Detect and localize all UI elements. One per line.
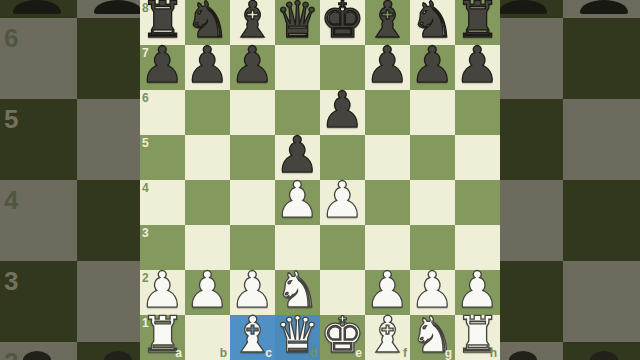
bg-rank-label: 5 (0, 99, 18, 132)
square-c1[interactable]: c♝ (230, 315, 275, 360)
square-a4[interactable]: 4 (140, 180, 185, 225)
bg-square (563, 261, 640, 342)
piece-black-pawn[interactable]: ♟ (410, 43, 455, 88)
square-b7[interactable]: ♟ (185, 45, 230, 90)
square-f1[interactable]: f♝ (365, 315, 410, 360)
piece-white-pawn[interactable]: ♟ (275, 178, 320, 223)
square-e1[interactable]: e♚ (320, 315, 365, 360)
square-a5[interactable]: 5 (140, 135, 185, 180)
square-d4[interactable]: ♟ (275, 180, 320, 225)
rank-label: 1 (142, 317, 149, 329)
bg-rank-label: 6 (0, 18, 18, 51)
bg-square: 3 (0, 261, 77, 342)
bg-rank-label: 3 (0, 261, 18, 294)
piece-black-pawn[interactable]: ♟ (320, 88, 365, 133)
square-g5[interactable] (410, 135, 455, 180)
square-e6[interactable]: ♟ (320, 90, 365, 135)
rank-label: 3 (142, 227, 149, 239)
square-b6[interactable] (185, 90, 230, 135)
square-b4[interactable] (185, 180, 230, 225)
bg-square (563, 180, 640, 261)
file-label: c (265, 347, 272, 359)
file-label: e (355, 347, 362, 359)
piece-black-queen[interactable]: ♛ (275, 0, 320, 43)
square-c5[interactable] (230, 135, 275, 180)
square-g4[interactable] (410, 180, 455, 225)
square-a6[interactable]: 6 (140, 90, 185, 135)
file-label: f (403, 347, 407, 359)
square-f7[interactable]: ♟ (365, 45, 410, 90)
square-f4[interactable] (365, 180, 410, 225)
square-h5[interactable] (455, 135, 500, 180)
square-d7[interactable] (275, 45, 320, 90)
rank-label: 5 (142, 137, 149, 149)
square-b2[interactable]: ♟ (185, 270, 230, 315)
square-b1[interactable]: b (185, 315, 230, 360)
bg-rank-label: 4 (0, 180, 18, 213)
chess-app-frame: 65432 8♜♞♝♛♚♝♞♜7♟♟♟♟♟♟6♟5♟4♟♟32♟♟♟♞♟♟♟1a… (0, 0, 640, 360)
bg-square (563, 18, 640, 99)
file-label: h (490, 347, 497, 359)
square-g6[interactable] (410, 90, 455, 135)
square-g1[interactable]: g♞ (410, 315, 455, 360)
square-c4[interactable] (230, 180, 275, 225)
piece-white-pawn[interactable]: ♟ (185, 268, 230, 313)
square-b5[interactable] (185, 135, 230, 180)
bg-rank-label: 2 (0, 342, 18, 360)
bg-white-pawn-top (104, 351, 132, 360)
piece-black-pawn[interactable]: ♟ (365, 43, 410, 88)
rank-label: 6 (142, 92, 149, 104)
square-d1[interactable]: d♛ (275, 315, 320, 360)
piece-black-king[interactable]: ♚ (320, 0, 365, 43)
square-a7[interactable]: 7♟ (140, 45, 185, 90)
square-h4[interactable] (455, 180, 500, 225)
board[interactable]: 8♜♞♝♛♚♝♞♜7♟♟♟♟♟♟6♟5♟4♟♟32♟♟♟♞♟♟♟1a♜bc♝d♛… (140, 0, 500, 360)
bg-white-pawn-top (509, 351, 537, 360)
bg-white-pawn-top (23, 351, 51, 360)
square-h6[interactable] (455, 90, 500, 135)
square-h1[interactable]: h♜ (455, 315, 500, 360)
rank-label: 4 (142, 182, 149, 194)
rank-label: 7 (142, 47, 149, 59)
square-h7[interactable]: ♟ (455, 45, 500, 90)
bg-square: 6 (0, 18, 77, 99)
square-d8[interactable]: ♛ (275, 0, 320, 45)
piece-black-pawn[interactable]: ♟ (230, 43, 275, 88)
square-e8[interactable]: ♚ (320, 0, 365, 45)
rank-label: 8 (142, 2, 149, 14)
square-a1[interactable]: 1a♜ (140, 315, 185, 360)
square-e4[interactable]: ♟ (320, 180, 365, 225)
file-label: d (310, 347, 317, 359)
square-f5[interactable] (365, 135, 410, 180)
piece-white-pawn[interactable]: ♟ (320, 178, 365, 223)
piece-black-pawn[interactable]: ♟ (455, 43, 500, 88)
square-e3[interactable] (320, 225, 365, 270)
bg-square: 5 (0, 99, 77, 180)
square-g7[interactable]: ♟ (410, 45, 455, 90)
bg-square: 4 (0, 180, 77, 261)
file-label: a (175, 347, 182, 359)
square-f6[interactable] (365, 90, 410, 135)
bg-white-pawn-top (590, 351, 618, 360)
file-label: g (445, 347, 452, 359)
file-label: b (220, 347, 227, 359)
square-c7[interactable]: ♟ (230, 45, 275, 90)
piece-black-pawn[interactable]: ♟ (185, 43, 230, 88)
bg-square (563, 99, 640, 180)
square-c6[interactable] (230, 90, 275, 135)
rank-label: 2 (142, 272, 149, 284)
